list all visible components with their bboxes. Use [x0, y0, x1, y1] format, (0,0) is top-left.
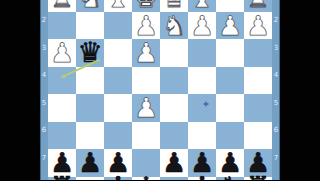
rank-labels-right: 234567 [272, 0, 280, 180]
square-d7[interactable]: ♟ [160, 149, 188, 177]
rank-label-6: 6 [272, 126, 280, 134]
rank-label-3: 3 [40, 44, 48, 52]
white-knight[interactable]: ♞ [78, 0, 102, 11]
square-g1[interactable]: ♞ [76, 0, 104, 12]
black-bishop[interactable]: ♝ [106, 173, 130, 180]
square-g2[interactable] [76, 12, 104, 40]
white-knight[interactable]: ♞ [162, 12, 186, 39]
square-h3[interactable]: ♟ [48, 39, 76, 67]
rank-label-5: 5 [272, 99, 280, 107]
square-e4[interactable] [132, 67, 160, 95]
black-pawn[interactable]: ♟ [162, 149, 186, 176]
square-f4[interactable] [104, 67, 132, 95]
white-pawn[interactable]: ♟ [134, 94, 158, 121]
rank-label-6: 6 [40, 126, 48, 134]
square-b5[interactable] [216, 94, 244, 122]
black-knight[interactable]: ♞ [218, 173, 242, 180]
black-rook[interactable]: ♜ [246, 173, 270, 180]
square-d6[interactable] [160, 122, 188, 150]
square-g5[interactable] [76, 94, 104, 122]
rank-label-7: 7 [272, 154, 280, 162]
white-pawn[interactable]: ♟ [246, 12, 270, 39]
square-f1[interactable]: ♝ [104, 0, 132, 12]
white-rook[interactable]: ♜ [50, 0, 74, 11]
black-queen[interactable]: ♛ [77, 39, 102, 67]
square-g8[interactable] [76, 177, 104, 181]
rank-label-7: 7 [40, 154, 48, 162]
square-d3[interactable] [160, 39, 188, 67]
square-a2[interactable]: ♟ [244, 12, 272, 40]
square-e8[interactable]: ♚ [132, 177, 160, 181]
chess-board[interactable]: ♜♞♝♚♛♝♜♟♞♟♟♟♟♛♟♟♟♟♟♟♟♟♟♜♝♚♝♞♜ [48, 0, 272, 180]
square-e5[interactable]: ♟ [132, 94, 160, 122]
square-c8[interactable]: ♝ [188, 177, 216, 181]
square-a5[interactable] [244, 94, 272, 122]
square-c3[interactable] [188, 39, 216, 67]
rank-labels-left: 234567 [40, 0, 48, 180]
black-rook[interactable]: ♜ [50, 173, 74, 180]
square-c5[interactable] [188, 94, 216, 122]
square-b8[interactable]: ♞ [216, 177, 244, 181]
square-g3[interactable]: ♛ [76, 39, 104, 67]
square-e2[interactable]: ♟ [132, 12, 160, 40]
black-pawn[interactable]: ♟ [78, 149, 102, 176]
square-d4[interactable] [160, 67, 188, 95]
square-g7[interactable]: ♟ [76, 149, 104, 177]
white-pawn[interactable]: ♟ [50, 39, 74, 66]
white-pawn[interactable]: ♟ [218, 12, 242, 39]
square-a4[interactable] [244, 67, 272, 95]
black-king[interactable]: ♚ [134, 173, 158, 180]
white-pawn[interactable]: ♟ [134, 12, 158, 39]
square-c6[interactable] [188, 122, 216, 150]
square-h5[interactable] [48, 94, 76, 122]
rank-label-4: 4 [40, 71, 48, 79]
rank-label-4: 4 [272, 71, 280, 79]
square-d5[interactable] [160, 94, 188, 122]
square-f8[interactable]: ♝ [104, 177, 132, 181]
square-h4[interactable] [48, 67, 76, 95]
square-a3[interactable] [244, 39, 272, 67]
square-b2[interactable]: ♟ [216, 12, 244, 40]
square-g6[interactable] [76, 122, 104, 150]
square-h8[interactable]: ♜ [48, 177, 76, 181]
square-a6[interactable] [244, 122, 272, 150]
square-b6[interactable] [216, 122, 244, 150]
square-f3[interactable] [104, 39, 132, 67]
square-h2[interactable] [48, 12, 76, 40]
rank-label-5: 5 [40, 99, 48, 107]
rank-label-3: 3 [272, 44, 280, 52]
square-g4[interactable] [76, 67, 104, 95]
square-c2[interactable]: ♟ [188, 12, 216, 40]
square-c4[interactable] [188, 67, 216, 95]
white-bishop[interactable]: ♝ [106, 0, 130, 11]
square-h1[interactable]: ♜ [48, 0, 76, 12]
square-d8[interactable] [160, 177, 188, 181]
square-f2[interactable] [104, 12, 132, 40]
square-b4[interactable] [216, 67, 244, 95]
black-bishop[interactable]: ♝ [190, 173, 214, 180]
white-pawn[interactable]: ♟ [134, 39, 158, 66]
square-h6[interactable] [48, 122, 76, 150]
square-f5[interactable] [104, 94, 132, 122]
square-d2[interactable]: ♞ [160, 12, 188, 40]
rank-label-2: 2 [272, 16, 280, 24]
video-frame: 234567 234567 ♜♞♝♚♛♝♜♟♞♟♟♟♟♛♟♟♟♟♟♟♟♟♟♜♝♚… [0, 0, 320, 180]
square-f6[interactable] [104, 122, 132, 150]
square-a8[interactable]: ♜ [244, 177, 272, 181]
square-e3[interactable]: ♟ [132, 39, 160, 67]
rank-label-2: 2 [40, 16, 48, 24]
square-b3[interactable] [216, 39, 244, 67]
white-pawn[interactable]: ♟ [190, 12, 214, 39]
square-e6[interactable] [132, 122, 160, 150]
